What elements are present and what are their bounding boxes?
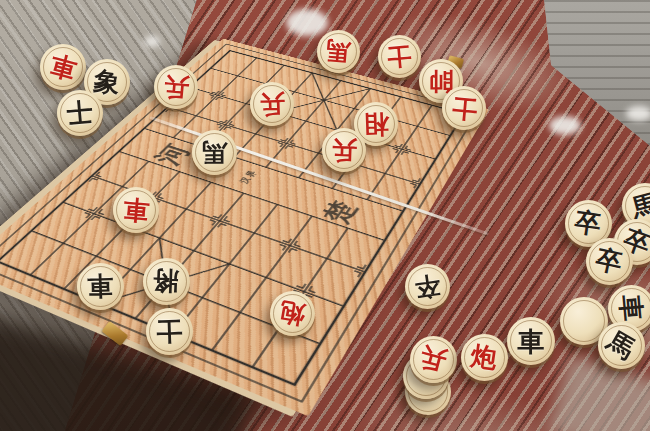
piece-character: 車 [47,51,79,83]
piece-character: 車 [617,294,645,322]
piece-character: 卒 [573,208,602,237]
paint-splotch [549,116,581,135]
paint-splotch [626,106,650,121]
piece-character: 馬 [325,38,351,64]
paint-splotch [144,36,160,47]
piece-red-advisor[interactable]: 士 [378,35,421,78]
paint-splotch [286,9,328,36]
piece-black-horse[interactable]: 馬 [192,130,237,175]
piece-red-horse[interactable]: 馬 [317,30,360,73]
piece-character: 將 [153,268,180,295]
piece-character: 兵 [162,73,189,100]
piece-black-horse[interactable]: 馬 [598,322,645,369]
piece-red-chariot[interactable]: 車 [40,44,86,90]
piece-character: 士 [386,43,412,69]
piece-black-advisor[interactable]: 士 [57,90,103,136]
piece-black-soldier[interactable]: 卒 [405,264,450,309]
piece-black-chariot[interactable]: 車 [77,263,124,310]
piece-character: 相 [363,111,389,137]
piece-character: 馬 [603,327,639,363]
piece-character: 車 [87,273,114,300]
piece-red-advisor[interactable]: 士 [442,86,486,130]
piece-red-chariot[interactable]: 車 [113,187,159,233]
piece-red-cannon[interactable]: 炮 [270,291,315,336]
piece-red-cannon[interactable]: 炮 [461,334,508,381]
piece-character: 炮 [278,299,307,328]
piece-black-general[interactable]: 將 [143,258,190,305]
piece-red-soldier[interactable]: 兵 [410,336,457,383]
piece-red-soldier[interactable]: 兵 [250,82,294,126]
piece-character: 兵 [259,91,285,117]
piece-character: 車 [122,196,150,224]
piece-character: 士 [156,318,183,345]
piece-character: 車 [518,328,545,355]
piece-character: 兵 [417,343,449,375]
piece-character: 士 [66,99,94,127]
piece-black-soldier[interactable]: 卒 [586,238,633,285]
piece-character: 士 [450,94,477,121]
piece-red-soldier[interactable]: 兵 [322,128,366,172]
piece-character: 馬 [629,190,650,222]
piece-character: 象 [92,67,121,96]
piece-character: 卒 [413,272,441,300]
piece-black-chariot[interactable]: 車 [507,317,555,365]
xiangqi-photo-scene: 河 汉界 楚 車象士兵兵馬士帥士相兵馬車車將士卒炮馬卒卒卒車車馬兵炮 [0,0,650,431]
piece-character: 馬 [202,140,227,165]
piece-character: 卒 [594,246,625,277]
piece-character: 兵 [331,137,357,163]
piece-character: 炮 [469,342,498,371]
piece-black-advisor[interactable]: 士 [146,308,193,355]
piece-red-soldier[interactable]: 兵 [154,65,198,109]
